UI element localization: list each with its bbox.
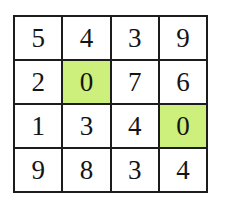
grid-cell: 1 — [15, 105, 61, 147]
grid-cell: 3 — [112, 149, 158, 191]
number-grid: 5 4 3 9 2 0 7 6 1 3 4 0 9 8 3 4 — [13, 15, 208, 193]
grid-cell-highlighted: 0 — [160, 105, 206, 147]
grid-cell: 4 — [112, 105, 158, 147]
grid-cell-highlighted: 0 — [63, 61, 109, 103]
grid-cell: 3 — [63, 105, 109, 147]
grid-cell: 3 — [112, 17, 158, 59]
grid-cell: 8 — [63, 149, 109, 191]
grid-cell: 4 — [160, 149, 206, 191]
grid-cell: 5 — [15, 17, 61, 59]
grid-cell: 6 — [160, 61, 206, 103]
puzzle-diagram: 5 4 3 9 2 0 7 6 1 3 4 0 9 8 3 4 — [0, 0, 226, 206]
grid-cell: 4 — [63, 17, 109, 59]
grid-cell: 9 — [15, 149, 61, 191]
grid-cell: 9 — [160, 17, 206, 59]
grid-cell: 7 — [112, 61, 158, 103]
grid-cell: 2 — [15, 61, 61, 103]
